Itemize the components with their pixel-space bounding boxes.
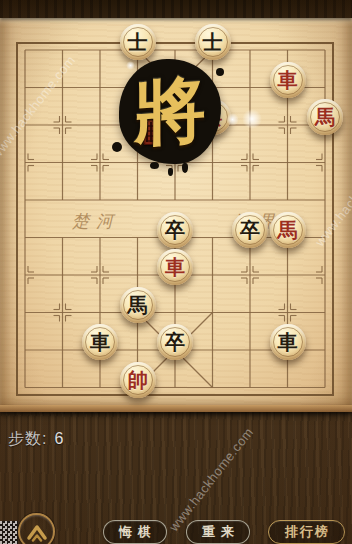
piece-glyph: 兵 xyxy=(203,99,223,135)
move-counter: 步数:6 xyxy=(8,429,64,450)
piece-red-horse[interactable]: 馬 xyxy=(270,212,306,248)
piece-glyph: 馬 xyxy=(128,287,148,323)
piece-red-soldier[interactable]: 兵 xyxy=(195,99,231,135)
move-counter-value: 6 xyxy=(54,430,64,447)
piece-red-chariot[interactable]: 車 xyxy=(157,249,193,285)
chevron-up-icon xyxy=(26,522,48,542)
piece-glyph: 馬 xyxy=(278,212,298,248)
piece-black-soldier[interactable]: 卒 xyxy=(157,212,193,248)
piece-glyph: 車 xyxy=(278,324,298,360)
restart-button[interactable]: 重来 xyxy=(186,520,250,544)
move-counter-label: 步数: xyxy=(8,430,47,447)
piece-glyph: 車 xyxy=(90,324,110,360)
piece-red-chariot[interactable]: 車 xyxy=(270,62,306,98)
piece-glyph: 將 xyxy=(165,62,185,98)
piece-black-chariot[interactable]: 車 xyxy=(82,324,118,360)
piece-black-soldier[interactable]: 卒 xyxy=(157,324,193,360)
qr-code-fragment xyxy=(0,521,18,544)
piece-glyph: 卒 xyxy=(165,324,185,360)
piece-glyph: 車 xyxy=(278,62,298,98)
piece-black-advisor[interactable]: 士 xyxy=(120,24,156,60)
piece-glyph: 士 xyxy=(203,24,223,60)
piece-glyph: 卒 xyxy=(240,212,260,248)
piece-glyph: 士 xyxy=(128,24,148,60)
undo-button[interactable]: 悔棋 xyxy=(103,520,167,544)
collapse-panel-button[interactable] xyxy=(18,513,55,544)
leaderboard-button[interactable]: 排行榜 xyxy=(268,520,345,544)
watermark-text: www.hackhome.com xyxy=(166,425,256,534)
piece-red-horse[interactable]: 馬 xyxy=(307,99,343,135)
piece-black-soldier[interactable]: 卒 xyxy=(232,212,268,248)
piece-black-chariot[interactable]: 車 xyxy=(270,324,306,360)
piece-red-general[interactable]: 帥 xyxy=(120,362,156,398)
piece-glyph: 卒 xyxy=(165,212,185,248)
piece-glyph: 帥 xyxy=(128,362,148,398)
piece-glyph: 馬 xyxy=(315,99,335,135)
piece-black-horse[interactable]: 馬 xyxy=(120,287,156,323)
piece-black-general[interactable]: 將 xyxy=(157,62,193,98)
pieces-layer: 士士將車兵馬卒卒馬車馬車卒車帥 xyxy=(0,0,352,412)
app-screen: 楚河 漢界 士士將車兵馬卒卒馬車馬車卒車帥 將 步数:6 悔棋 重来 排行榜 w… xyxy=(0,0,352,544)
piece-glyph: 車 xyxy=(165,249,185,285)
piece-black-advisor[interactable]: 士 xyxy=(195,24,231,60)
